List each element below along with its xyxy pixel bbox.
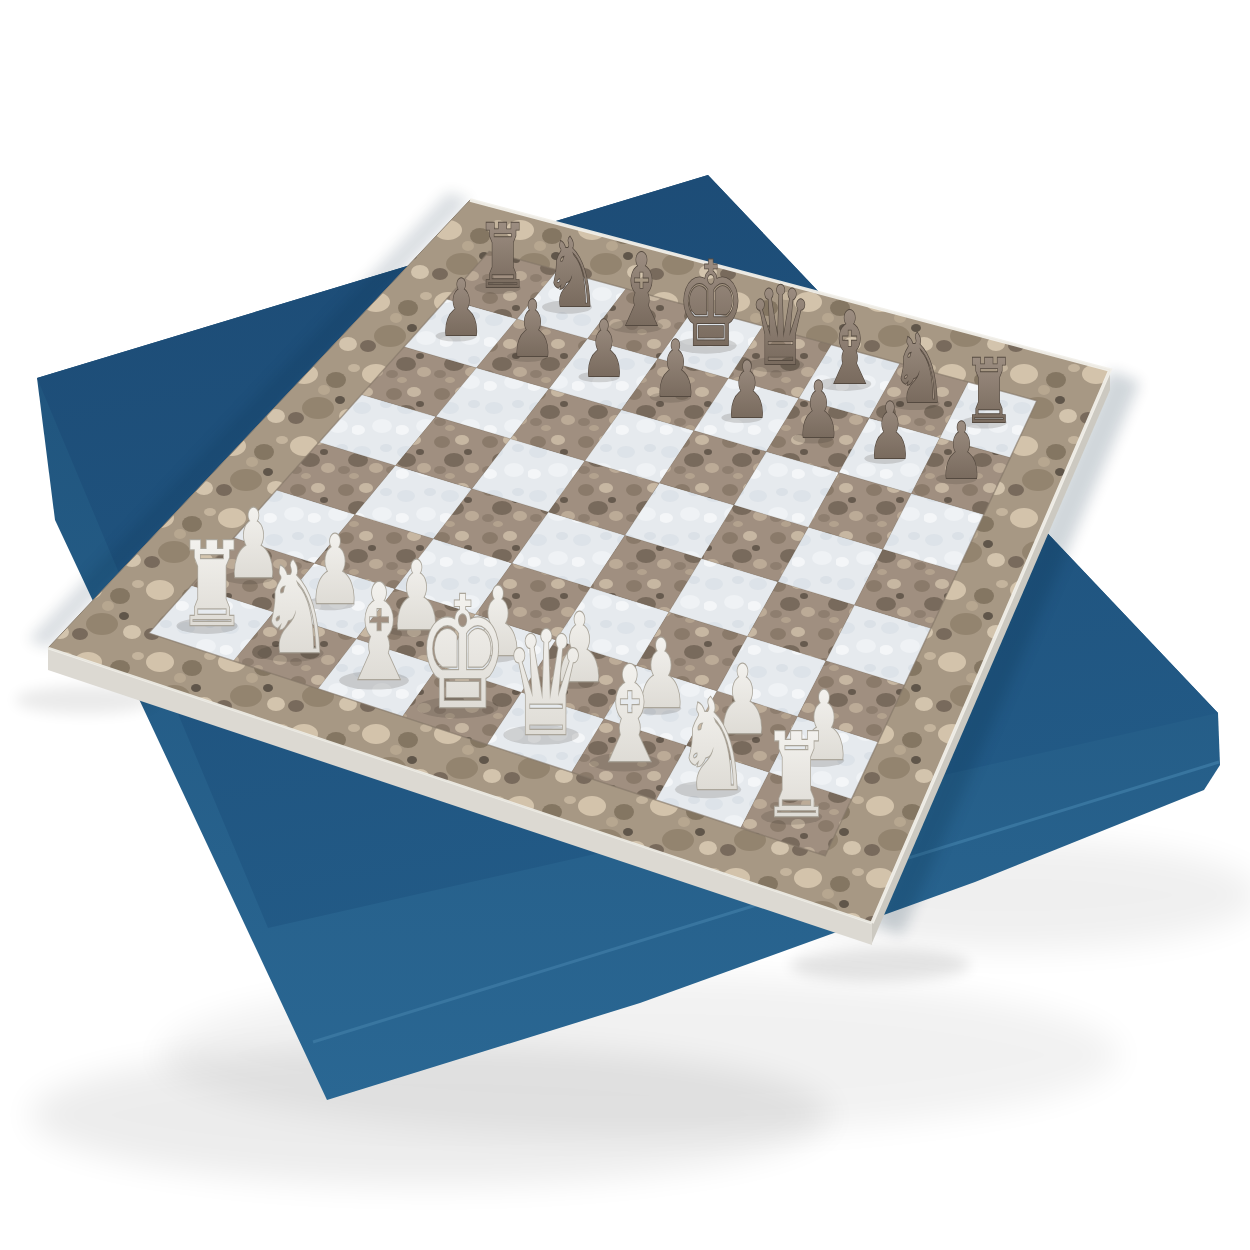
piece-black-pawn-g7: ♟ — [867, 385, 913, 476]
piece-black-pawn-f7: ♟ — [795, 365, 841, 456]
piece-white-knight-g1: ♞ — [676, 672, 750, 819]
board-corner-shadow — [790, 949, 970, 981]
piece-black-pawn-a7: ♟ — [438, 263, 484, 354]
piece-white-rook-h1: ♜ — [762, 708, 831, 843]
piece-white-king-d1: ♚ — [417, 564, 508, 744]
piece-black-pawn-h7: ♟ — [938, 406, 984, 497]
piece-black-pawn-e7: ♟ — [724, 345, 770, 436]
piece-black-pawn-b7: ♟ — [510, 283, 556, 374]
product-photo-chess-set: ♜♞♝♟♚♟♛♟♝♟♞♟♜♟♟♟♟♟♜♟♞♟♝♟♚♟♟♛♟♝♞♜ — [0, 0, 1250, 1250]
piece-white-knight-b1: ♞ — [258, 535, 332, 682]
piece-white-bishop-f1: ♝ — [590, 638, 668, 792]
scene-canvas: ♜♞♝♟♚♟♛♟♝♟♞♟♜♟♟♟♟♟♜♟♞♟♝♟♚♟♟♛♟♝♞♜ — [0, 0, 1250, 1250]
piece-black-pawn-d7: ♟ — [653, 324, 699, 415]
piece-white-queen-e1: ♛ — [504, 600, 589, 768]
piece-black-pawn-c7: ♟ — [581, 304, 627, 395]
piece-white-bishop-c1: ♝ — [340, 557, 418, 711]
piece-white-rook-a1: ♜ — [178, 517, 247, 652]
